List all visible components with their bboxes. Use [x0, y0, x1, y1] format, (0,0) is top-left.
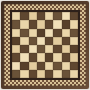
- square-e2[interactable]: [45, 62, 53, 70]
- square-h2[interactable]: [70, 62, 78, 70]
- square-g8[interactable]: [62, 12, 70, 20]
- square-b3[interactable]: [20, 53, 28, 61]
- square-d2[interactable]: [37, 62, 45, 70]
- board-squares: [12, 12, 78, 78]
- square-h1[interactable]: [70, 70, 78, 78]
- square-g1[interactable]: [62, 70, 70, 78]
- square-b8[interactable]: [20, 12, 28, 20]
- square-h8[interactable]: [70, 12, 78, 20]
- square-b6[interactable]: [20, 29, 28, 37]
- square-a3[interactable]: [12, 53, 20, 61]
- square-h3[interactable]: [70, 53, 78, 61]
- square-b5[interactable]: [20, 37, 28, 45]
- square-b4[interactable]: [20, 45, 28, 53]
- square-f6[interactable]: [53, 29, 61, 37]
- square-d4[interactable]: [37, 45, 45, 53]
- square-c7[interactable]: [29, 20, 37, 28]
- square-e4[interactable]: [45, 45, 53, 53]
- square-c5[interactable]: [29, 37, 37, 45]
- square-g4[interactable]: [62, 45, 70, 53]
- square-c3[interactable]: [29, 53, 37, 61]
- square-e7[interactable]: [45, 20, 53, 28]
- square-c8[interactable]: [29, 12, 37, 20]
- square-b2[interactable]: [20, 62, 28, 70]
- square-d3[interactable]: [37, 53, 45, 61]
- square-b7[interactable]: [20, 20, 28, 28]
- square-a2[interactable]: [12, 62, 20, 70]
- square-a4[interactable]: [12, 45, 20, 53]
- square-g2[interactable]: [62, 62, 70, 70]
- square-f7[interactable]: [53, 20, 61, 28]
- square-c4[interactable]: [29, 45, 37, 53]
- square-a8[interactable]: [12, 12, 20, 20]
- square-b1[interactable]: [20, 70, 28, 78]
- square-h4[interactable]: [70, 45, 78, 53]
- square-c2[interactable]: [29, 62, 37, 70]
- square-f3[interactable]: [53, 53, 61, 61]
- square-d5[interactable]: [37, 37, 45, 45]
- square-c1[interactable]: [29, 70, 37, 78]
- square-d8[interactable]: [37, 12, 45, 20]
- square-g7[interactable]: [62, 20, 70, 28]
- square-a6[interactable]: [12, 29, 20, 37]
- square-e1[interactable]: [45, 70, 53, 78]
- square-f8[interactable]: [53, 12, 61, 20]
- square-e3[interactable]: [45, 53, 53, 61]
- square-d1[interactable]: [37, 70, 45, 78]
- square-h5[interactable]: [70, 37, 78, 45]
- square-f4[interactable]: [53, 45, 61, 53]
- square-e6[interactable]: [45, 29, 53, 37]
- square-g3[interactable]: [62, 53, 70, 61]
- square-f5[interactable]: [53, 37, 61, 45]
- square-a5[interactable]: [12, 37, 20, 45]
- square-h6[interactable]: [70, 29, 78, 37]
- square-a7[interactable]: [12, 20, 20, 28]
- square-g6[interactable]: [62, 29, 70, 37]
- chess-board: [0, 0, 90, 90]
- square-c6[interactable]: [29, 29, 37, 37]
- square-a1[interactable]: [12, 70, 20, 78]
- square-e8[interactable]: [45, 12, 53, 20]
- square-e5[interactable]: [45, 37, 53, 45]
- square-h7[interactable]: [70, 20, 78, 28]
- square-f1[interactable]: [53, 70, 61, 78]
- square-g5[interactable]: [62, 37, 70, 45]
- square-f2[interactable]: [53, 62, 61, 70]
- square-d7[interactable]: [37, 20, 45, 28]
- square-d6[interactable]: [37, 29, 45, 37]
